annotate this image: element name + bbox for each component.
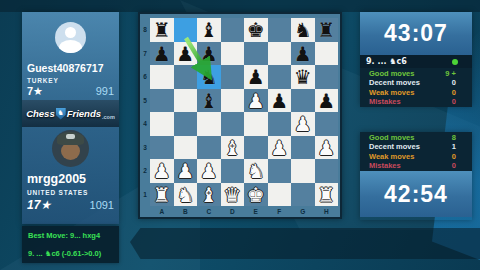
square-d4[interactable] xyxy=(221,112,245,136)
piece-c6: ♞ xyxy=(197,65,221,89)
avatar-silhouette-head xyxy=(65,27,76,38)
rank-label-7: 7 xyxy=(140,42,150,66)
chess-board-panel: 87654321 ♜♝♚♞♜♟♟♟♟♞♟♛♝♟♟♟♟♝♟♟♟♟♟♞♜♞♝♛♚♜ … xyxy=(138,12,342,219)
piece-g4: ♟ xyxy=(291,112,315,136)
file-label-g: G xyxy=(291,206,315,217)
square-c7[interactable]: ♟ xyxy=(197,42,221,66)
square-b6[interactable] xyxy=(174,65,198,89)
square-c3[interactable] xyxy=(197,136,221,160)
square-g8[interactable]: ♞ xyxy=(291,18,315,42)
piece-h3: ♟ xyxy=(315,136,339,160)
square-e7[interactable] xyxy=(244,42,268,66)
piece-a1: ♜ xyxy=(150,183,174,207)
rank-label-2: 2 xyxy=(140,159,150,183)
square-c1[interactable]: ♝ xyxy=(197,183,221,207)
piece-e2: ♞ xyxy=(244,159,268,183)
square-e8[interactable]: ♚ xyxy=(244,18,268,42)
player-country-bottom: UNITED STATES xyxy=(27,189,115,196)
piece-b2: ♟ xyxy=(174,159,198,183)
square-f2[interactable] xyxy=(268,159,292,183)
piece-e1: ♚ xyxy=(244,183,268,207)
analysis-label: Weak moves xyxy=(369,152,414,161)
square-f1[interactable] xyxy=(268,183,292,207)
square-b4[interactable] xyxy=(174,112,198,136)
piece-f3: ♟ xyxy=(268,136,292,160)
clock-top: 43:07 xyxy=(360,12,472,55)
background-facet xyxy=(0,0,480,12)
analysis-rows-bottom: Good moves8Decent moves1Weak moves0Mista… xyxy=(360,132,472,171)
clock-bottom: 42:54 xyxy=(360,171,472,217)
piece-b7: ♟ xyxy=(174,42,198,66)
last-move-text: 9. ... ♞c6 xyxy=(366,57,407,66)
file-label-f: F xyxy=(268,206,292,217)
avatar-silhouette-torso xyxy=(59,40,82,53)
piece-g8: ♞ xyxy=(291,18,315,42)
square-f6[interactable] xyxy=(268,65,292,89)
rank-label-6: 6 xyxy=(140,65,150,89)
good-move-dot-icon xyxy=(452,59,458,65)
chessfriends-logo[interactable]: Chess ♞ Friends .com xyxy=(22,100,119,127)
analysis-row-good: Good moves9 + xyxy=(360,69,472,78)
background-band xyxy=(130,228,480,259)
square-e3[interactable] xyxy=(244,136,268,160)
rank-labels: 87654321 xyxy=(140,18,150,206)
file-label-b: B xyxy=(174,206,198,217)
analysis-label: Decent moves xyxy=(369,78,420,87)
piece-c1: ♝ xyxy=(197,183,221,207)
square-b1[interactable]: ♞ xyxy=(174,183,198,207)
analysis-value: 0 xyxy=(452,88,456,97)
square-g1[interactable] xyxy=(291,183,315,207)
players-sidebar: Guest40876717 TURKEY 7★ 991 Chess ♞ Frie… xyxy=(22,12,119,224)
analysis-label: Good moves xyxy=(369,133,414,142)
piece-h8: ♜ xyxy=(315,18,339,42)
analysis-label: Mistakes xyxy=(369,97,401,106)
square-f3[interactable]: ♟ xyxy=(268,136,292,160)
player-stars-bottom: 17★ xyxy=(27,198,51,212)
analysis-row-decent: Decent moves1 xyxy=(360,142,472,151)
square-a8[interactable]: ♜ xyxy=(150,18,174,42)
square-b7[interactable]: ♟ xyxy=(174,42,198,66)
square-b5[interactable] xyxy=(174,89,198,113)
rank-label-1: 1 xyxy=(140,183,150,207)
knight-icon: ♞ xyxy=(58,110,64,117)
square-c6[interactable]: ♞ xyxy=(197,65,221,89)
player-rank-row-top: 7★ 991 xyxy=(27,85,114,98)
analysis-value: 0 xyxy=(452,78,456,87)
square-e4[interactable] xyxy=(244,112,268,136)
piece-d1: ♛ xyxy=(221,183,245,207)
analysis-row-decent: Decent moves0 xyxy=(360,78,472,87)
analysis-value: 9 + xyxy=(445,69,456,78)
square-d6[interactable] xyxy=(221,65,245,89)
avatar-bottom-player xyxy=(52,130,89,167)
square-a6[interactable] xyxy=(150,65,174,89)
file-labels: ABCDEFGH xyxy=(150,206,338,217)
square-e2[interactable]: ♞ xyxy=(244,159,268,183)
square-a1[interactable]: ♜ xyxy=(150,183,174,207)
analysis-label: Mistakes xyxy=(369,161,401,170)
analysis-row-good: Good moves8 xyxy=(360,133,472,142)
avatar-photo-cap-logo xyxy=(66,134,75,139)
analysis-row-weak: Weak moves0 xyxy=(360,152,472,161)
square-d1[interactable]: ♛ xyxy=(221,183,245,207)
square-c2[interactable]: ♟ xyxy=(197,159,221,183)
square-a2[interactable]: ♟ xyxy=(150,159,174,183)
square-h2[interactable] xyxy=(315,159,339,183)
file-label-e: E xyxy=(244,206,268,217)
file-label-h: H xyxy=(315,206,339,217)
analysis-label: Good moves xyxy=(369,69,414,78)
analysis-value: 0 xyxy=(452,152,456,161)
square-f8[interactable] xyxy=(268,18,292,42)
analysis-row-mistake: Mistakes0 xyxy=(360,97,472,106)
square-f4[interactable] xyxy=(268,112,292,136)
analysis-label: Decent moves xyxy=(369,142,420,151)
piece-a8: ♜ xyxy=(150,18,174,42)
rank-label-3: 3 xyxy=(140,136,150,160)
square-d7[interactable] xyxy=(221,42,245,66)
best-move-text: Best Move: 9... hxg4 xyxy=(28,231,119,240)
logo-text-friends: Friends xyxy=(67,108,101,119)
analysis-row-weak: Weak moves0 xyxy=(360,88,472,97)
piece-e5: ♟ xyxy=(244,89,268,113)
player-country-top: TURKEY xyxy=(27,77,115,84)
player-stars-top: 7★ xyxy=(27,85,43,98)
shield-icon: ♞ xyxy=(56,108,66,120)
square-d3[interactable]: ♝ xyxy=(221,136,245,160)
piece-a2: ♟ xyxy=(150,159,174,183)
square-h8[interactable]: ♜ xyxy=(315,18,339,42)
square-g6[interactable]: ♛ xyxy=(291,65,315,89)
square-h6[interactable] xyxy=(315,65,339,89)
played-move-eval-text: 9. ... ♞c6 (-0.61->0.0) xyxy=(28,249,119,258)
square-c4[interactable] xyxy=(197,112,221,136)
piece-g6: ♛ xyxy=(291,65,315,89)
square-f7[interactable] xyxy=(268,42,292,66)
piece-g7: ♟ xyxy=(291,42,315,66)
square-h1[interactable]: ♜ xyxy=(315,183,339,207)
piece-b1: ♞ xyxy=(174,183,198,207)
piece-e6: ♟ xyxy=(244,65,268,89)
square-h4[interactable] xyxy=(315,112,339,136)
square-g3[interactable] xyxy=(291,136,315,160)
piece-c7: ♟ xyxy=(197,42,221,66)
app-window: Guest40876717 TURKEY 7★ 991 Chess ♞ Frie… xyxy=(0,0,480,270)
square-d2[interactable] xyxy=(221,159,245,183)
piece-c2: ♟ xyxy=(197,159,221,183)
square-e6[interactable]: ♟ xyxy=(244,65,268,89)
square-b8[interactable] xyxy=(174,18,198,42)
square-c5[interactable]: ♝ xyxy=(197,89,221,113)
piece-h1: ♜ xyxy=(315,183,339,207)
chess-board[interactable]: ♜♝♚♞♜♟♟♟♟♞♟♛♝♟♟♟♟♝♟♟♟♟♟♞♜♞♝♛♚♜ xyxy=(150,18,338,206)
player-name-top: Guest40876717 xyxy=(27,62,115,74)
analysis-value: 8 xyxy=(452,133,456,142)
square-h7[interactable] xyxy=(315,42,339,66)
square-h3[interactable]: ♟ xyxy=(315,136,339,160)
piece-c8: ♝ xyxy=(197,18,221,42)
square-e1[interactable]: ♚ xyxy=(244,183,268,207)
analysis-value: 1 xyxy=(452,142,456,151)
square-d5[interactable] xyxy=(221,89,245,113)
player-name-bottom: mrgg2005 xyxy=(27,172,115,186)
analysis-row-mistake: Mistakes0 xyxy=(360,161,472,170)
square-a5[interactable] xyxy=(150,89,174,113)
square-b2[interactable]: ♟ xyxy=(174,159,198,183)
rank-label-4: 4 xyxy=(140,112,150,136)
player-rating-top: 991 xyxy=(96,85,114,97)
file-label-d: D xyxy=(221,206,245,217)
piece-d3: ♝ xyxy=(221,136,245,160)
last-move-header: 9. ... ♞c6 xyxy=(360,55,472,68)
square-g5[interactable] xyxy=(291,89,315,113)
avatar-top-player xyxy=(55,22,86,53)
analysis-rows-top: Good moves9 +Decent moves0Weak moves0Mis… xyxy=(360,68,472,107)
logo-text-com: .com xyxy=(102,114,115,120)
square-g2[interactable] xyxy=(291,159,315,183)
piece-a7: ♟ xyxy=(150,42,174,66)
analysis-panel-bottom: Good moves8Decent moves1Weak moves0Mista… xyxy=(360,132,472,220)
square-f5[interactable]: ♟ xyxy=(268,89,292,113)
analysis-label: Weak moves xyxy=(369,88,414,97)
analysis-value: 0 xyxy=(452,97,456,106)
player-rank-row-bottom: 17★ 1091 xyxy=(27,198,114,212)
piece-c5: ♝ xyxy=(197,89,221,113)
file-label-a: A xyxy=(150,206,174,217)
analysis-panel-top: 43:07 9. ... ♞c6 Good moves9 +Decent mov… xyxy=(360,12,472,106)
piece-f5: ♟ xyxy=(268,89,292,113)
square-a7[interactable]: ♟ xyxy=(150,42,174,66)
piece-e8: ♚ xyxy=(244,18,268,42)
rank-label-8: 8 xyxy=(140,18,150,42)
square-a3[interactable] xyxy=(150,136,174,160)
best-move-panel: Best Move: 9... hxg4 9. ... ♞c6 (-0.61->… xyxy=(22,226,119,263)
square-g4[interactable]: ♟ xyxy=(291,112,315,136)
square-d8[interactable] xyxy=(221,18,245,42)
square-g7[interactable]: ♟ xyxy=(291,42,315,66)
file-label-c: C xyxy=(197,206,221,217)
rank-label-5: 5 xyxy=(140,89,150,113)
logo-text-chess: Chess xyxy=(26,108,55,119)
square-a4[interactable] xyxy=(150,112,174,136)
square-c8[interactable]: ♝ xyxy=(197,18,221,42)
square-h5[interactable]: ♟ xyxy=(315,89,339,113)
square-e5[interactable]: ♟ xyxy=(244,89,268,113)
square-b3[interactable] xyxy=(174,136,198,160)
player-rating-bottom: 1091 xyxy=(90,199,114,211)
analysis-value: 0 xyxy=(452,161,456,170)
piece-h5: ♟ xyxy=(315,89,339,113)
